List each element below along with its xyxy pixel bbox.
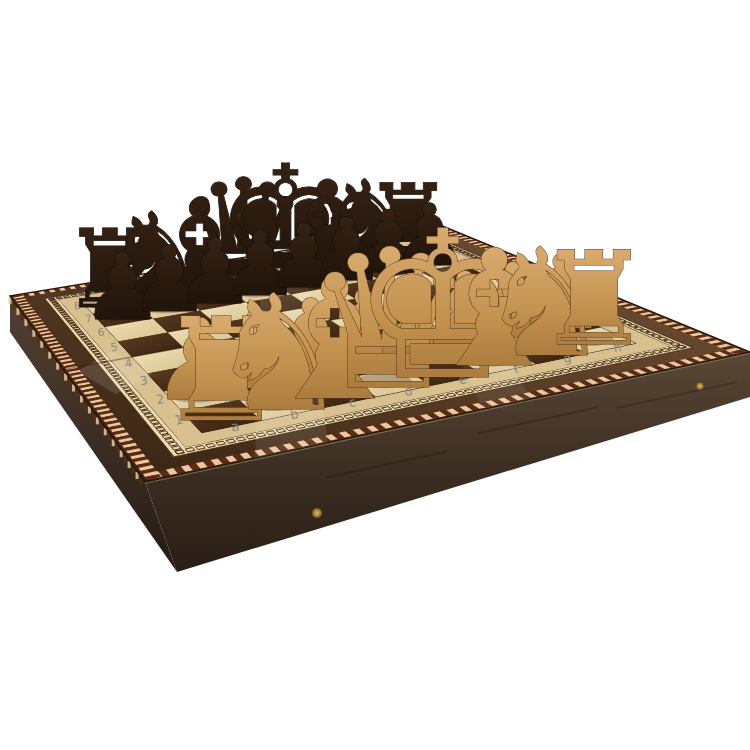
chessboard: abcdefgh12345678♜♞♝♛♚♝♞♜♟♟♟♟♟♟♟♟♟♟♟♟♟♟♟♟… — [0, 0, 750, 750]
chess-set-photo: abcdefgh12345678♜♞♝♛♚♝♞♜♟♟♟♟♟♟♟♟♟♟♟♟♟♟♟♟… — [0, 0, 750, 750]
brass-pin — [696, 382, 704, 390]
brass-pin — [312, 508, 322, 518]
piece-white-rook-h1: ♜ — [536, 224, 652, 375]
